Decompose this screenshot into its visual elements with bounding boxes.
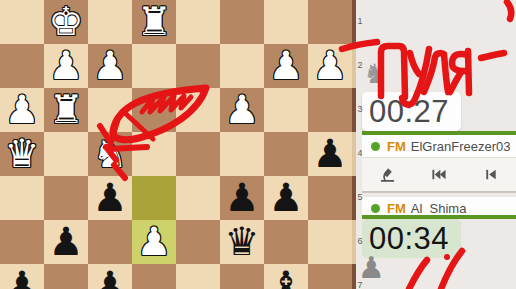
black-pawn-b5[interactable]: ♟ xyxy=(264,176,308,220)
clock-top: 00:27 xyxy=(362,92,461,131)
square-d3[interactable] xyxy=(176,88,220,132)
rank-coordinate-3: 3 xyxy=(356,104,364,114)
square-h6[interactable] xyxy=(0,220,44,264)
square-g2[interactable]: ♟ xyxy=(44,44,88,88)
player-title: FM xyxy=(387,139,406,154)
square-c7[interactable] xyxy=(220,264,264,289)
player-row-top[interactable]: FM ElGranFreezer03 xyxy=(362,135,516,158)
square-a6[interactable] xyxy=(308,220,352,264)
square-g1[interactable]: ♚ xyxy=(44,0,88,44)
white-pawn-f2[interactable]: ♟ xyxy=(88,44,132,88)
rank-coordinate-2: 2 xyxy=(356,60,364,70)
square-e7[interactable] xyxy=(132,264,176,289)
prev-move-icon xyxy=(483,167,498,182)
square-b5[interactable]: ♟ xyxy=(264,176,308,220)
square-g5[interactable] xyxy=(44,176,88,220)
square-b3[interactable] xyxy=(264,88,308,132)
first-move-button[interactable] xyxy=(429,166,449,184)
material-knight-icon: ♞ xyxy=(363,58,387,89)
square-f7[interactable]: ♟ xyxy=(88,264,132,289)
square-g3[interactable]: ♜ xyxy=(44,88,88,132)
square-a1[interactable] xyxy=(308,0,352,44)
square-g4[interactable] xyxy=(44,132,88,176)
black-pawn-g6[interactable]: ♟ xyxy=(44,220,88,264)
white-pawn-a2[interactable]: ♟ xyxy=(308,44,352,88)
square-h5[interactable] xyxy=(0,176,44,220)
screenshot-root: ♚♜♟♟♟♟♟♜♟♛♞♟♟♟♟♟♟♛♟♟♝ ♞ 00:27 FM ElGranF… xyxy=(0,0,516,289)
game-controls xyxy=(362,158,516,193)
board-grid: ♚♜♟♟♟♟♟♜♟♛♞♟♟♟♟♟♟♛♟♟♝ xyxy=(0,0,352,289)
square-e5[interactable] xyxy=(132,176,176,220)
square-e2[interactable] xyxy=(132,44,176,88)
black-pawn-f7[interactable]: ♟ xyxy=(88,264,132,289)
square-f2[interactable]: ♟ xyxy=(88,44,132,88)
square-g7[interactable] xyxy=(44,264,88,289)
square-a4[interactable]: ♟ xyxy=(308,132,352,176)
square-c6[interactable]: ♛ xyxy=(220,220,264,264)
rank-coordinate-1: 1 xyxy=(356,16,364,26)
rank-coordinate-4: 4 xyxy=(356,148,364,158)
white-pawn-e6[interactable]: ♟ xyxy=(132,220,176,264)
chess-board[interactable]: ♚♜♟♟♟♟♟♜♟♛♞♟♟♟♟♟♟♛♟♟♝ xyxy=(0,0,352,289)
square-d1[interactable] xyxy=(176,0,220,44)
square-h3[interactable]: ♟ xyxy=(0,88,44,132)
black-pawn-h7[interactable]: ♟ xyxy=(0,264,44,289)
square-f5[interactable]: ♟ xyxy=(88,176,132,220)
square-e4[interactable] xyxy=(132,132,176,176)
square-c5[interactable]: ♟ xyxy=(220,176,264,220)
clock-top-time: 00:27 xyxy=(369,94,449,129)
online-dot xyxy=(371,142,380,151)
square-c2[interactable] xyxy=(220,44,264,88)
white-pawn-c3[interactable]: ♟ xyxy=(220,88,264,132)
square-f3[interactable] xyxy=(88,88,132,132)
black-bishop-b7[interactable]: ♝ xyxy=(264,264,308,289)
analysis-icon xyxy=(379,166,396,183)
square-h4[interactable]: ♛ xyxy=(0,132,44,176)
white-rook-e1[interactable]: ♜ xyxy=(132,0,176,44)
square-a7[interactable] xyxy=(308,264,352,289)
square-a3[interactable] xyxy=(308,88,352,132)
player-title: FM xyxy=(387,201,406,216)
black-pawn-c5[interactable]: ♟ xyxy=(220,176,264,220)
square-a5[interactable] xyxy=(308,176,352,220)
square-e1[interactable]: ♜ xyxy=(132,0,176,44)
white-pawn-g2[interactable]: ♟ xyxy=(44,44,88,88)
square-c4[interactable] xyxy=(220,132,264,176)
square-d7[interactable] xyxy=(176,264,220,289)
white-pawn-h3[interactable]: ♟ xyxy=(0,88,44,132)
square-b7[interactable]: ♝ xyxy=(264,264,308,289)
square-d2[interactable] xyxy=(176,44,220,88)
square-h1[interactable] xyxy=(0,0,44,44)
white-pawn-b2[interactable]: ♟ xyxy=(264,44,308,88)
player-name-link[interactable]: ElGranFreezer03 xyxy=(411,139,511,154)
game-sidebar: ♞ 00:27 FM ElGranFreezer03 xyxy=(356,0,516,289)
square-d4[interactable] xyxy=(176,132,220,176)
square-b2[interactable]: ♟ xyxy=(264,44,308,88)
square-c1[interactable] xyxy=(220,0,264,44)
player-name-link[interactable]: Al_Shima xyxy=(411,201,467,216)
square-d5[interactable] xyxy=(176,176,220,220)
white-queen-h4[interactable]: ♛ xyxy=(0,132,44,176)
prev-move-button[interactable] xyxy=(480,166,500,184)
rank-coordinate-5: 5 xyxy=(356,192,364,202)
first-move-icon xyxy=(430,167,447,182)
black-pawn-a4[interactable]: ♟ xyxy=(308,132,352,176)
square-b1[interactable] xyxy=(264,0,308,44)
square-h2[interactable] xyxy=(0,44,44,88)
square-g6[interactable]: ♟ xyxy=(44,220,88,264)
square-c3[interactable]: ♟ xyxy=(220,88,264,132)
analysis-button[interactable] xyxy=(378,166,398,184)
online-dot xyxy=(371,204,380,213)
square-d6[interactable] xyxy=(176,220,220,264)
square-e6[interactable]: ♟ xyxy=(132,220,176,264)
square-f4[interactable]: ♞ xyxy=(88,132,132,176)
white-king-g1[interactable]: ♚ xyxy=(44,0,88,44)
square-e3[interactable] xyxy=(132,88,176,132)
square-a2[interactable]: ♟ xyxy=(308,44,352,88)
square-f6[interactable] xyxy=(88,220,132,264)
black-queen-c6[interactable]: ♛ xyxy=(220,220,264,264)
black-pawn-f5[interactable]: ♟ xyxy=(88,176,132,220)
square-b6[interactable] xyxy=(264,220,308,264)
white-rook-g3[interactable]: ♜ xyxy=(44,88,88,132)
white-knight-f4[interactable]: ♞ xyxy=(88,132,132,176)
square-f1[interactable] xyxy=(88,0,132,44)
square-h7[interactable]: ♟ xyxy=(0,264,44,289)
rank-coordinate-7: 7 xyxy=(356,280,364,289)
square-b4[interactable] xyxy=(264,132,308,176)
rank-coordinate-6: 6 xyxy=(356,236,364,246)
